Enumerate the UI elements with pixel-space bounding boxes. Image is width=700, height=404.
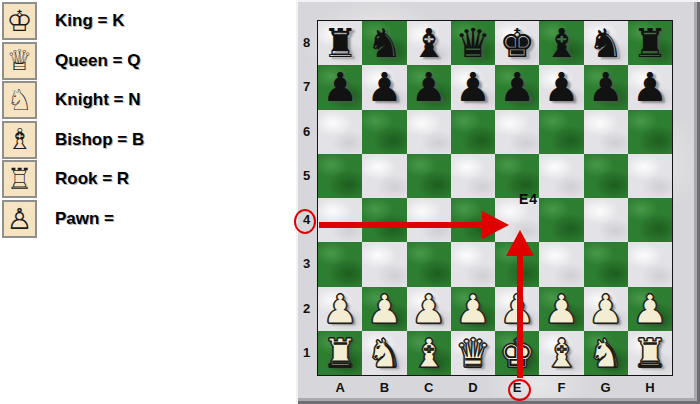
- square-a7: ♟: [318, 65, 362, 109]
- black-pawn: ♟: [543, 65, 579, 109]
- square-h1: ♜: [628, 331, 672, 375]
- file-label-c: C: [407, 377, 451, 399]
- square-b3: [362, 242, 406, 286]
- legend-label: Bishop = B: [55, 130, 144, 150]
- black-rook: ♜: [322, 21, 358, 65]
- rank-labels: 87654321: [296, 21, 317, 375]
- rank-label-2: 2: [296, 287, 317, 331]
- rank-label-5: 5: [296, 154, 317, 198]
- black-pawn: ♟: [411, 65, 447, 109]
- file-label-g: G: [584, 377, 628, 399]
- white-pawn: ♟: [411, 287, 447, 331]
- square-b5: [362, 154, 406, 198]
- square-b2: ♟: [362, 287, 406, 331]
- file-label-b: B: [362, 377, 406, 399]
- black-pawn: ♟: [632, 65, 668, 109]
- white-king-icon: ♔: [7, 7, 33, 36]
- rank-label-7: 7: [296, 65, 317, 109]
- square-a4: [318, 198, 362, 242]
- square-h6: [628, 110, 672, 154]
- white-rook-icon: ♖: [7, 165, 33, 194]
- rank-arrow-head-icon: [482, 211, 509, 239]
- black-rook: ♜: [632, 21, 668, 65]
- square-f2: ♟: [539, 287, 583, 331]
- rank-label-6: 6: [296, 110, 317, 154]
- white-bishop: ♝: [411, 331, 447, 375]
- white-pawn: ♟: [322, 287, 358, 331]
- white-rook: ♜: [632, 331, 668, 375]
- square-h3: [628, 242, 672, 286]
- chess-lesson-diagram: ♔King = K♕Queen = Q♘Knight = N♗Bishop = …: [0, 0, 700, 404]
- white-bishop-icon: ♗: [7, 125, 33, 154]
- square-d3: [451, 242, 495, 286]
- chess-board: ♜♞♝♛♚♝♞♜♟♟♟♟♟♟♟♟♟♟♟♟♟♟♟♟♜♞♝♛♚♝♞♜: [317, 20, 673, 376]
- square-g3: [584, 242, 628, 286]
- legend-label: Queen = Q: [55, 51, 141, 71]
- legend-row: ♘Knight = N: [2, 81, 140, 119]
- black-pawn: ♟: [499, 65, 535, 109]
- black-knight: ♞: [366, 21, 402, 65]
- legend-row: ♙Pawn =: [2, 200, 114, 238]
- square-name-label: E4: [512, 191, 545, 207]
- square-c1: ♝: [407, 331, 451, 375]
- square-a6: [318, 110, 362, 154]
- square-e7: ♟: [495, 65, 539, 109]
- file-label-a: A: [318, 377, 362, 399]
- legend-row: ♕Queen = Q: [2, 42, 141, 80]
- file-label-f: F: [539, 377, 583, 399]
- rank-arrow-body: [319, 222, 482, 228]
- square-f4: [539, 198, 583, 242]
- square-f1: ♝: [539, 331, 583, 375]
- square-c7: ♟: [407, 65, 451, 109]
- white-rook: ♜: [322, 331, 358, 375]
- square-d8: ♛: [451, 21, 495, 65]
- white-queen-icon: ♕: [2, 42, 37, 80]
- square-b6: [362, 110, 406, 154]
- square-b4: [362, 198, 406, 242]
- square-g7: ♟: [584, 65, 628, 109]
- white-bishop: ♝: [543, 331, 579, 375]
- board-panel: 87654321 ♜♞♝♛♚♝♞♜♟♟♟♟♟♟♟♟♟♟♟♟♟♟♟♟♜♞♝♛♚♝♞…: [296, 0, 700, 404]
- legend-row: ♖Rook = R: [2, 160, 129, 198]
- square-b8: ♞: [362, 21, 406, 65]
- white-pawn-icon: ♙: [7, 205, 33, 234]
- legend-row: ♔King = K: [2, 2, 124, 40]
- legend-label: Knight = N: [55, 90, 140, 110]
- rank-label-3: 3: [296, 242, 317, 286]
- square-c2: ♟: [407, 287, 451, 331]
- square-d2: ♟: [451, 287, 495, 331]
- square-g8: ♞: [584, 21, 628, 65]
- rank-4-circle-icon: [294, 209, 316, 234]
- square-e8: ♚: [495, 21, 539, 65]
- white-king-icon: ♔: [2, 2, 37, 40]
- square-f8: ♝: [539, 21, 583, 65]
- white-queen-icon: ♕: [7, 46, 33, 75]
- square-d1: ♛: [451, 331, 495, 375]
- black-pawn: ♟: [455, 65, 491, 109]
- white-knight: ♞: [366, 331, 402, 375]
- rank-label-1: 1: [296, 331, 317, 375]
- rank-label-8: 8: [296, 21, 317, 65]
- black-queen: ♛: [455, 21, 491, 65]
- square-g6: [584, 110, 628, 154]
- piece-legend: ♔King = K♕Queen = Q♘Knight = N♗Bishop = …: [2, 0, 292, 404]
- black-bishop: ♝: [411, 21, 447, 65]
- square-g2: ♟: [584, 287, 628, 331]
- square-f7: ♟: [539, 65, 583, 109]
- square-e6: [495, 110, 539, 154]
- file-arrow-head-icon: [506, 230, 534, 256]
- square-a5: [318, 154, 362, 198]
- square-g5: [584, 154, 628, 198]
- white-queen: ♛: [455, 331, 491, 375]
- white-pawn: ♟: [455, 287, 491, 331]
- file-e-circle-icon: [508, 379, 531, 401]
- square-g1: ♞: [584, 331, 628, 375]
- square-c3: [407, 242, 451, 286]
- white-pawn: ♟: [632, 287, 668, 331]
- square-f3: [539, 242, 583, 286]
- square-a2: ♟: [318, 287, 362, 331]
- white-bishop-icon: ♗: [2, 121, 37, 159]
- square-a1: ♜: [318, 331, 362, 375]
- square-d6: [451, 110, 495, 154]
- square-b1: ♞: [362, 331, 406, 375]
- black-pawn: ♟: [322, 65, 358, 109]
- black-bishop: ♝: [543, 21, 579, 65]
- square-f5: [539, 154, 583, 198]
- square-b7: ♟: [362, 65, 406, 109]
- square-f6: [539, 110, 583, 154]
- white-knight-icon: ♘: [7, 86, 33, 115]
- white-knight: ♞: [588, 331, 624, 375]
- legend-label: Pawn =: [55, 209, 114, 229]
- white-knight-icon: ♘: [2, 81, 37, 119]
- square-h2: ♟: [628, 287, 672, 331]
- white-pawn: ♟: [588, 287, 624, 331]
- legend-label: King = K: [55, 11, 124, 31]
- file-arrow-body: [517, 254, 523, 378]
- legend-label: Rook = R: [55, 169, 129, 189]
- square-a3: [318, 242, 362, 286]
- white-pawn-icon: ♙: [2, 200, 37, 238]
- black-pawn: ♟: [588, 65, 624, 109]
- square-c4: [407, 198, 451, 242]
- square-h7: ♟: [628, 65, 672, 109]
- square-h8: ♜: [628, 21, 672, 65]
- white-rook-icon: ♖: [2, 160, 37, 198]
- square-d5: [451, 154, 495, 198]
- black-knight: ♞: [588, 21, 624, 65]
- white-pawn: ♟: [543, 287, 579, 331]
- square-g4: [584, 198, 628, 242]
- square-c6: [407, 110, 451, 154]
- file-labels: ABCDEFGH: [318, 377, 672, 399]
- legend-row: ♗Bishop = B: [2, 121, 144, 159]
- black-pawn: ♟: [366, 65, 402, 109]
- square-c8: ♝: [407, 21, 451, 65]
- square-d7: ♟: [451, 65, 495, 109]
- square-h4: [628, 198, 672, 242]
- square-a8: ♜: [318, 21, 362, 65]
- white-pawn: ♟: [366, 287, 402, 331]
- file-label-h: H: [628, 377, 672, 399]
- square-c5: [407, 154, 451, 198]
- file-label-d: D: [451, 377, 495, 399]
- square-h5: [628, 154, 672, 198]
- black-king: ♚: [499, 21, 535, 65]
